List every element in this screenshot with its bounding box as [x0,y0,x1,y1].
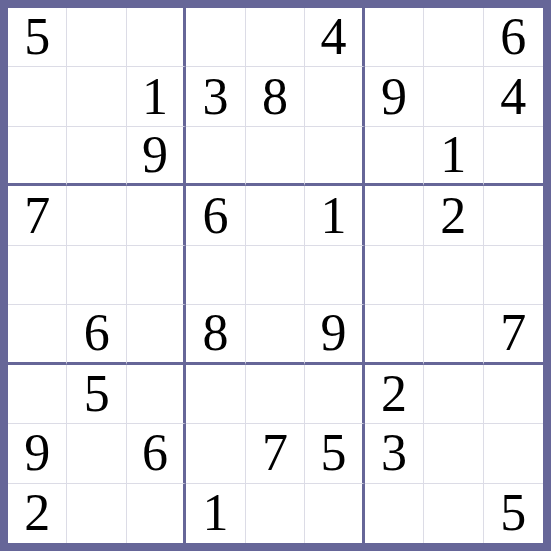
cell-r9c2[interactable] [67,484,126,543]
cell-r3c3: 9 [127,127,186,186]
cell-r5c8[interactable] [424,246,483,305]
cell-r2c6[interactable] [305,67,364,126]
cell-r1c4[interactable] [186,8,245,67]
cell-r4c4: 6 [186,186,245,245]
cell-r9c7[interactable] [365,484,424,543]
cell-r7c1[interactable] [8,365,67,424]
cell-r8c9[interactable] [484,424,543,483]
cell-r6c1[interactable] [8,305,67,364]
cell-r6c9: 7 [484,305,543,364]
cell-r8c1: 9 [8,424,67,483]
cell-r7c5[interactable] [246,365,305,424]
cell-r4c2[interactable] [67,186,126,245]
cell-r2c4: 3 [186,67,245,126]
cell-r8c4[interactable] [186,424,245,483]
cell-r3c1[interactable] [8,127,67,186]
cell-r8c5: 7 [246,424,305,483]
cell-r8c3: 6 [127,424,186,483]
cell-r4c3[interactable] [127,186,186,245]
cell-r4c9[interactable] [484,186,543,245]
cell-r6c2: 6 [67,305,126,364]
cell-r2c2[interactable] [67,67,126,126]
cell-r2c8[interactable] [424,67,483,126]
cell-r5c7[interactable] [365,246,424,305]
cell-r9c3[interactable] [127,484,186,543]
cell-r5c1[interactable] [8,246,67,305]
cell-r1c3[interactable] [127,8,186,67]
sudoku-board: 5461389491761268975296753215 [0,0,551,551]
cell-r3c9[interactable] [484,127,543,186]
cell-r9c9: 5 [484,484,543,543]
cell-r7c2: 5 [67,365,126,424]
cell-r6c8[interactable] [424,305,483,364]
cell-r8c6: 5 [305,424,364,483]
cell-r7c6[interactable] [305,365,364,424]
cell-r9c5[interactable] [246,484,305,543]
cell-r7c8[interactable] [424,365,483,424]
cell-r1c2[interactable] [67,8,126,67]
cell-r9c1: 2 [8,484,67,543]
cell-r6c4: 8 [186,305,245,364]
cell-r6c3[interactable] [127,305,186,364]
cell-r1c6: 4 [305,8,364,67]
cell-r9c8[interactable] [424,484,483,543]
cell-r2c1[interactable] [8,67,67,126]
cell-r3c6[interactable] [305,127,364,186]
cell-r3c4[interactable] [186,127,245,186]
cell-r1c5[interactable] [246,8,305,67]
cell-r6c7[interactable] [365,305,424,364]
cell-r4c6: 1 [305,186,364,245]
cell-r4c7[interactable] [365,186,424,245]
cell-r7c3[interactable] [127,365,186,424]
cell-r8c7: 3 [365,424,424,483]
cell-r7c4[interactable] [186,365,245,424]
cell-r2c3: 1 [127,67,186,126]
cell-r2c9: 4 [484,67,543,126]
cell-r6c6: 9 [305,305,364,364]
cell-r9c4: 1 [186,484,245,543]
cell-r1c9: 6 [484,8,543,67]
cell-r8c2[interactable] [67,424,126,483]
cell-r2c5: 8 [246,67,305,126]
cell-r6c5[interactable] [246,305,305,364]
cell-r3c5[interactable] [246,127,305,186]
cell-r1c7[interactable] [365,8,424,67]
cell-r5c9[interactable] [484,246,543,305]
cell-r9c6[interactable] [305,484,364,543]
cell-r3c7[interactable] [365,127,424,186]
cell-r1c1: 5 [8,8,67,67]
cell-r3c2[interactable] [67,127,126,186]
cell-r7c7: 2 [365,365,424,424]
cell-r5c4[interactable] [186,246,245,305]
cell-r5c2[interactable] [67,246,126,305]
cell-r5c6[interactable] [305,246,364,305]
cell-r4c1: 7 [8,186,67,245]
cell-r4c5[interactable] [246,186,305,245]
cell-r1c8[interactable] [424,8,483,67]
cell-r4c8: 2 [424,186,483,245]
cell-r5c3[interactable] [127,246,186,305]
cell-r2c7: 9 [365,67,424,126]
cell-r3c8: 1 [424,127,483,186]
cell-r8c8[interactable] [424,424,483,483]
cell-r5c5[interactable] [246,246,305,305]
cell-r7c9[interactable] [484,365,543,424]
